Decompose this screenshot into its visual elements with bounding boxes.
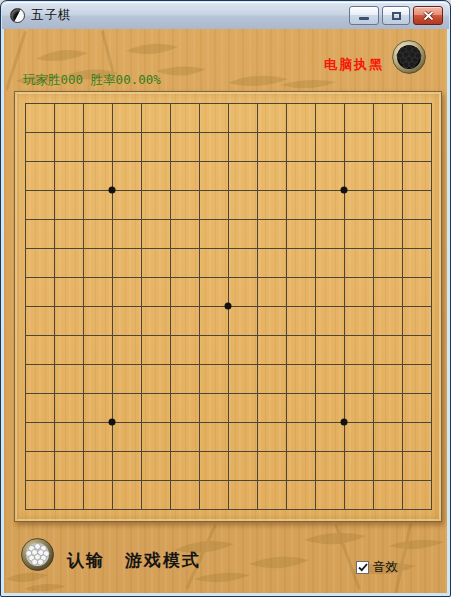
close-button[interactable]	[413, 6, 443, 25]
board-cell	[286, 306, 315, 335]
board-cell	[54, 219, 83, 248]
board-cell	[373, 132, 402, 161]
board-cell	[228, 277, 257, 306]
board-cell	[25, 248, 54, 277]
maximize-icon	[392, 12, 401, 20]
board-cell	[344, 219, 373, 248]
board-cell	[373, 393, 402, 422]
board[interactable]	[14, 91, 442, 522]
board-cell	[373, 190, 402, 219]
board-cell	[199, 277, 228, 306]
board-cell	[315, 306, 344, 335]
board-cell	[112, 393, 141, 422]
minimize-icon	[359, 17, 369, 20]
board-cell	[199, 219, 228, 248]
board-cell	[315, 422, 344, 451]
board-cell	[402, 132, 431, 161]
board-cell	[141, 306, 170, 335]
board-cell	[286, 277, 315, 306]
board-cell	[402, 161, 431, 190]
board-cell	[257, 393, 286, 422]
board-cell	[257, 451, 286, 480]
board-cell	[286, 364, 315, 393]
caption-buttons	[349, 6, 443, 25]
board-cell	[199, 161, 228, 190]
board-cell	[373, 219, 402, 248]
minimize-button[interactable]	[349, 6, 379, 25]
board-cell	[286, 219, 315, 248]
board-cell	[373, 306, 402, 335]
board-cell	[141, 219, 170, 248]
board-cell	[373, 480, 402, 509]
close-icon	[423, 11, 434, 21]
board-cell	[25, 161, 54, 190]
board-cell	[315, 451, 344, 480]
board-cell	[315, 219, 344, 248]
star-point	[109, 187, 116, 194]
board-cell	[402, 103, 431, 132]
board-cell	[199, 422, 228, 451]
board-cell	[83, 306, 112, 335]
board-cell	[402, 480, 431, 509]
board-cell	[170, 190, 199, 219]
board-cell	[315, 103, 344, 132]
board-cell	[257, 364, 286, 393]
board-cell	[228, 451, 257, 480]
board-cell	[54, 306, 83, 335]
board-cell	[344, 132, 373, 161]
board-cell	[25, 277, 54, 306]
board-cell	[257, 422, 286, 451]
board-cell	[402, 393, 431, 422]
board-cell	[373, 161, 402, 190]
board-cell	[402, 219, 431, 248]
board-cell	[228, 103, 257, 132]
board-cell	[112, 480, 141, 509]
board-cell	[228, 132, 257, 161]
board-cell	[344, 277, 373, 306]
board-cell	[286, 103, 315, 132]
board-cell	[25, 335, 54, 364]
board-cell	[257, 132, 286, 161]
board-cell	[54, 364, 83, 393]
board-cell	[25, 393, 54, 422]
board-cell	[25, 306, 54, 335]
board-cell	[257, 335, 286, 364]
board-cell	[25, 219, 54, 248]
board-cell	[315, 480, 344, 509]
board-cell	[170, 161, 199, 190]
board-cell	[54, 335, 83, 364]
computer-plays-black-label: 电脑执黑	[324, 56, 384, 74]
board-cell	[199, 132, 228, 161]
board-cell	[286, 190, 315, 219]
board-cell	[83, 451, 112, 480]
board-cell	[315, 393, 344, 422]
board-cell	[257, 248, 286, 277]
board-cell	[141, 103, 170, 132]
board-cell	[402, 190, 431, 219]
board-cell	[83, 132, 112, 161]
board-cell	[315, 364, 344, 393]
board-grid	[25, 103, 432, 510]
board-cell	[344, 248, 373, 277]
board-cell	[373, 364, 402, 393]
board-cell	[170, 335, 199, 364]
board-cell	[286, 248, 315, 277]
board-cell	[141, 161, 170, 190]
resign-button[interactable]: 认输	[67, 549, 105, 572]
board-cell	[373, 103, 402, 132]
board-cell	[83, 190, 112, 219]
board-cell	[315, 190, 344, 219]
board-cell	[344, 451, 373, 480]
board-cell	[402, 451, 431, 480]
board-cell	[112, 306, 141, 335]
board-cell	[228, 161, 257, 190]
board-cell	[199, 190, 228, 219]
board-cell	[54, 132, 83, 161]
board-cell	[170, 219, 199, 248]
board-cell	[373, 335, 402, 364]
board-cell	[228, 219, 257, 248]
board-cell	[170, 364, 199, 393]
board-cell	[25, 422, 54, 451]
board-cell	[286, 480, 315, 509]
board-cell	[170, 248, 199, 277]
board-cell	[228, 480, 257, 509]
star-point	[341, 187, 348, 194]
board-cell	[25, 480, 54, 509]
board-cell	[199, 306, 228, 335]
board-cell	[112, 248, 141, 277]
board-cell	[25, 364, 54, 393]
board-cell	[141, 451, 170, 480]
board-cell	[112, 190, 141, 219]
board-cell	[141, 364, 170, 393]
board-cell	[315, 161, 344, 190]
board-cell	[54, 480, 83, 509]
sound-label: 音效	[373, 559, 398, 576]
board-cell	[344, 480, 373, 509]
star-point	[109, 419, 116, 426]
board-cell	[373, 451, 402, 480]
board-cell	[199, 248, 228, 277]
board-cell	[199, 335, 228, 364]
board-cell	[199, 364, 228, 393]
board-cell	[54, 248, 83, 277]
board-cell	[228, 393, 257, 422]
board-cell	[112, 364, 141, 393]
board-cell	[112, 103, 141, 132]
board-cell	[257, 277, 286, 306]
board-cell	[54, 190, 83, 219]
board-cell	[402, 422, 431, 451]
board-cell	[83, 393, 112, 422]
board-cell	[199, 451, 228, 480]
board-cell	[83, 219, 112, 248]
star-point	[225, 303, 232, 310]
player-score-line: 玩家胜000 胜率00.00%	[23, 73, 161, 88]
board-cell	[286, 422, 315, 451]
titlebar[interactable]: 五子棋	[2, 2, 449, 29]
board-cell	[315, 132, 344, 161]
board-cell	[141, 480, 170, 509]
board-cell	[54, 451, 83, 480]
board-cell	[199, 103, 228, 132]
board-cell	[286, 132, 315, 161]
board-cell	[228, 306, 257, 335]
board-cell	[344, 335, 373, 364]
board-cell	[112, 132, 141, 161]
board-cell	[54, 103, 83, 132]
board-cell	[402, 335, 431, 364]
board-cell	[54, 161, 83, 190]
board-cell	[344, 393, 373, 422]
board-cell	[402, 248, 431, 277]
board-cell	[112, 451, 141, 480]
board-cell	[199, 393, 228, 422]
board-cell	[344, 190, 373, 219]
board-cell	[170, 393, 199, 422]
board-cell	[112, 219, 141, 248]
board-cell	[170, 451, 199, 480]
board-cell	[257, 190, 286, 219]
board-cell	[286, 335, 315, 364]
board-cell	[54, 277, 83, 306]
white-stones-bowl-icon	[21, 538, 54, 571]
board-cell	[25, 451, 54, 480]
board-cell	[141, 422, 170, 451]
board-cell	[112, 335, 141, 364]
board-cell	[25, 103, 54, 132]
board-cell	[170, 480, 199, 509]
board-cell	[402, 306, 431, 335]
board-cell	[170, 422, 199, 451]
app-stone-icon	[10, 8, 25, 23]
board-cell	[112, 161, 141, 190]
board-cell	[83, 277, 112, 306]
black-stones-bowl-icon	[392, 40, 426, 74]
board-cell	[257, 480, 286, 509]
board-cell	[228, 335, 257, 364]
board-cell	[228, 364, 257, 393]
board-cell	[141, 248, 170, 277]
app-window: 五子棋	[0, 0, 451, 597]
board-cell	[286, 393, 315, 422]
board-cell	[315, 335, 344, 364]
board-cell	[54, 393, 83, 422]
board-cell	[257, 306, 286, 335]
board-cell	[373, 277, 402, 306]
board-cell	[83, 335, 112, 364]
board-cell	[141, 277, 170, 306]
board-cell	[141, 132, 170, 161]
star-point	[341, 419, 348, 426]
board-cell	[83, 248, 112, 277]
board-cell	[170, 132, 199, 161]
board-cell	[141, 190, 170, 219]
board-cell	[402, 364, 431, 393]
board-cell	[257, 103, 286, 132]
board-cell	[54, 422, 83, 451]
sound-option: 音效	[356, 559, 398, 576]
board-cell	[25, 190, 54, 219]
board-cell	[286, 451, 315, 480]
board-cell	[315, 248, 344, 277]
board-cell	[344, 103, 373, 132]
board-cell	[228, 190, 257, 219]
board-cell	[141, 335, 170, 364]
board-cell	[83, 364, 112, 393]
game-mode-button[interactable]: 游戏模式	[125, 549, 201, 572]
board-cell	[286, 161, 315, 190]
board-cell	[170, 277, 199, 306]
board-cell	[373, 248, 402, 277]
board-cell	[83, 103, 112, 132]
board-cell	[257, 219, 286, 248]
board-cell	[344, 422, 373, 451]
board-cell	[257, 161, 286, 190]
board-cell	[344, 161, 373, 190]
board-cell	[112, 422, 141, 451]
board-cell	[199, 480, 228, 509]
board-cell	[112, 277, 141, 306]
board-cell	[83, 422, 112, 451]
client-area: 玩家胜000 胜率00.00% 电脑胜000 胜率00.00% 电脑执黑	[4, 29, 447, 593]
board-cell	[170, 306, 199, 335]
sound-checkbox[interactable]	[356, 561, 369, 574]
board-cell	[344, 364, 373, 393]
board-cell	[402, 277, 431, 306]
maximize-button[interactable]	[382, 6, 410, 25]
board-cell	[170, 103, 199, 132]
board-cell	[373, 422, 402, 451]
board-cell	[141, 393, 170, 422]
window-title: 五子棋	[31, 7, 72, 24]
board-cell	[315, 277, 344, 306]
board-cell	[228, 248, 257, 277]
board-cell	[344, 306, 373, 335]
board-cell	[83, 480, 112, 509]
checkmark-icon	[358, 563, 368, 572]
board-cell	[228, 422, 257, 451]
board-cell	[83, 161, 112, 190]
board-cell	[25, 132, 54, 161]
